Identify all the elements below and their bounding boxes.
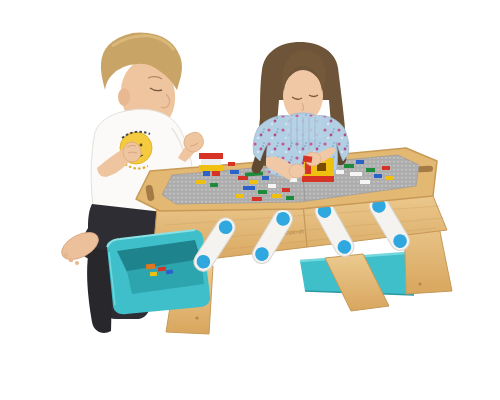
girl-figure [252,42,349,178]
handle-cutout-right [417,165,433,172]
leg-dowel-left [195,316,198,319]
boy-ear [118,88,130,106]
storage-bin-left [107,230,210,314]
photo-canvas: KidKraft [0,0,500,400]
leg-dowel-right [418,282,421,285]
brick-in-hand [303,155,313,162]
product-photo: KidKraft [0,0,500,400]
girl-hand-left [289,164,305,178]
